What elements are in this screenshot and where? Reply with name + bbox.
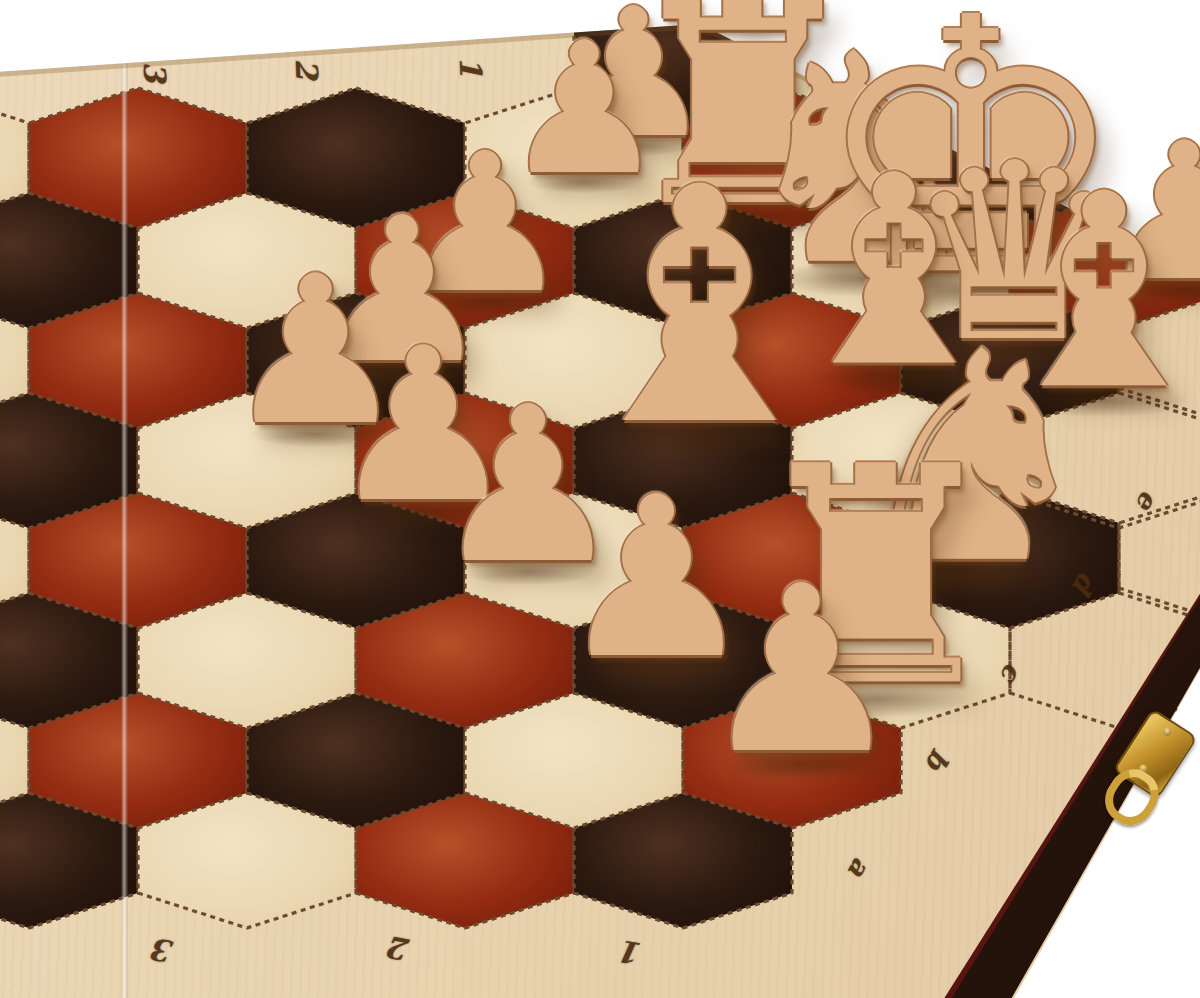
piece-pawn[interactable]: ♟	[687, 556, 917, 786]
pieces-layer: ♟♟♜♞♚♟♟♛♟♝♝♟♝♟♟♞♟♜♟	[0, 0, 1200, 998]
three-player-chess-photo: 321321edcba ♟♟♜♞♚♟♟♛♟♝♝♟♝♟♟♞♟♜♟	[0, 0, 1200, 998]
